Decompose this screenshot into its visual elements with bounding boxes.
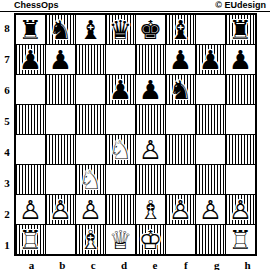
square-c1[interactable]: ♝♗	[76, 225, 105, 254]
square-f8[interactable]: ♝	[166, 15, 195, 44]
black-queen-d8: ♛	[106, 15, 135, 44]
square-c3[interactable]: ♞♘	[76, 165, 105, 194]
black-bishop-f8: ♝	[166, 15, 195, 44]
square-a2[interactable]: ♟♙	[16, 195, 45, 224]
square-h3[interactable]	[226, 165, 255, 194]
square-f7[interactable]: ♟	[166, 45, 195, 74]
square-a3[interactable]	[16, 165, 45, 194]
square-g2[interactable]: ♟♙	[196, 195, 225, 224]
square-c4[interactable]	[76, 135, 105, 164]
square-d1[interactable]: ♛♕	[106, 225, 135, 254]
file-label-f: f	[170, 259, 201, 270]
credit-text: © EUdesign	[215, 0, 266, 10]
square-h4[interactable]	[226, 135, 255, 164]
square-h6[interactable]	[226, 75, 255, 104]
square-f3[interactable]	[166, 165, 195, 194]
square-a6[interactable]	[16, 75, 45, 104]
square-e7[interactable]	[136, 45, 165, 74]
white-bishop-c1: ♝♗	[76, 225, 105, 254]
square-b1[interactable]	[46, 225, 75, 254]
white-bishop-e2: ♝♗	[136, 195, 165, 224]
square-f4[interactable]	[166, 135, 195, 164]
white-rook-h1: ♜♖	[226, 225, 255, 254]
square-a8[interactable]: ♜	[16, 15, 45, 44]
square-c6[interactable]	[76, 75, 105, 104]
square-a7[interactable]: ♟	[16, 45, 45, 74]
square-h5[interactable]	[226, 105, 255, 134]
square-d7[interactable]	[106, 45, 135, 74]
black-rook-a8: ♜	[16, 15, 45, 44]
square-b3[interactable]	[46, 165, 75, 194]
square-e2[interactable]: ♝♗	[136, 195, 165, 224]
white-pawn-h2: ♟♙	[226, 195, 255, 224]
black-pawn-e6: ♟	[136, 75, 165, 104]
square-h7[interactable]: ♟	[226, 45, 255, 74]
square-h1[interactable]: ♜♖	[226, 225, 255, 254]
square-b8[interactable]: ♞	[46, 15, 75, 44]
chess-board: ♜♞♝♛♚♝♜♟♟♟♟♟♟♟♞♞♘♟♙♞♘♟♙♟♙♟♙♝♗♟♙♟♙♟♙♜♖♝♗♛…	[14, 13, 257, 256]
white-king-e1: ♚♔	[136, 225, 165, 254]
square-e6[interactable]: ♟	[136, 75, 165, 104]
file-label-b: b	[47, 259, 78, 270]
rank-label-1: 1	[0, 229, 14, 260]
white-knight-c3: ♞♘	[76, 165, 105, 194]
square-d3[interactable]	[106, 165, 135, 194]
rank-label-4: 4	[0, 137, 14, 168]
white-knight-d4: ♞♘	[106, 135, 135, 164]
square-d8[interactable]: ♛	[106, 15, 135, 44]
square-g6[interactable]	[196, 75, 225, 104]
square-h8[interactable]: ♜	[226, 15, 255, 44]
app-title: ChessOps	[14, 0, 59, 10]
rank-label-7: 7	[0, 44, 14, 75]
file-label-e: e	[140, 259, 171, 270]
square-d2[interactable]	[106, 195, 135, 224]
square-a1[interactable]: ♜♖	[16, 225, 45, 254]
black-pawn-d6: ♟	[106, 75, 135, 104]
square-h2[interactable]: ♟♙	[226, 195, 255, 224]
file-label-g: g	[201, 259, 232, 270]
rank-labels: 87654321	[0, 13, 14, 260]
white-pawn-g2: ♟♙	[196, 195, 225, 224]
black-pawn-f7: ♟	[166, 45, 195, 74]
file-label-d: d	[109, 259, 140, 270]
square-g3[interactable]	[196, 165, 225, 194]
white-pawn-a2: ♟♙	[16, 195, 45, 224]
square-e8[interactable]: ♚	[136, 15, 165, 44]
file-label-c: c	[78, 259, 109, 270]
white-pawn-b2: ♟♙	[46, 195, 75, 224]
square-g1[interactable]	[196, 225, 225, 254]
square-f2[interactable]: ♟♙	[166, 195, 195, 224]
black-bishop-c8: ♝	[76, 15, 105, 44]
file-label-h: h	[232, 259, 263, 270]
white-pawn-e4: ♟♙	[136, 135, 165, 164]
square-b7[interactable]: ♟	[46, 45, 75, 74]
rank-label-5: 5	[0, 106, 14, 137]
square-c2[interactable]: ♟♙	[76, 195, 105, 224]
black-pawn-g7: ♟	[196, 45, 225, 74]
square-g8[interactable]	[196, 15, 225, 44]
black-knight-f6: ♞	[166, 75, 195, 104]
square-f6[interactable]: ♞	[166, 75, 195, 104]
square-g7[interactable]: ♟	[196, 45, 225, 74]
square-b6[interactable]	[46, 75, 75, 104]
rank-label-6: 6	[0, 75, 14, 106]
square-c5[interactable]	[76, 105, 105, 134]
square-e1[interactable]: ♚♔	[136, 225, 165, 254]
black-pawn-h7: ♟	[226, 45, 255, 74]
white-rook-a1: ♜♖	[16, 225, 45, 254]
file-labels: abcdefgh	[16, 259, 263, 270]
square-b4[interactable]	[46, 135, 75, 164]
black-king-e8: ♚	[136, 15, 165, 44]
square-a4[interactable]	[16, 135, 45, 164]
square-g4[interactable]	[196, 135, 225, 164]
square-e4[interactable]: ♟♙	[136, 135, 165, 164]
square-g5[interactable]	[196, 105, 225, 134]
square-f1[interactable]	[166, 225, 195, 254]
black-pawn-b7: ♟	[46, 45, 75, 74]
square-a5[interactable]	[16, 105, 45, 134]
file-label-a: a	[16, 259, 47, 270]
square-e5[interactable]	[136, 105, 165, 134]
square-f5[interactable]	[166, 105, 195, 134]
black-rook-h8: ♜	[226, 15, 255, 44]
black-pawn-a7: ♟	[16, 45, 45, 74]
white-pawn-c2: ♟♙	[76, 195, 105, 224]
square-b2[interactable]: ♟♙	[46, 195, 75, 224]
title-bar: ChessOps © EUdesign	[0, 0, 270, 12]
square-c8[interactable]: ♝	[76, 15, 105, 44]
square-c7[interactable]	[76, 45, 105, 74]
square-d6[interactable]: ♟	[106, 75, 135, 104]
square-d5[interactable]	[106, 105, 135, 134]
square-b5[interactable]	[46, 105, 75, 134]
white-queen-d1: ♛♕	[106, 225, 135, 254]
rank-label-3: 3	[0, 167, 14, 198]
rank-label-2: 2	[0, 198, 14, 229]
rank-label-8: 8	[0, 13, 14, 44]
white-pawn-f2: ♟♙	[166, 195, 195, 224]
square-e3[interactable]	[136, 165, 165, 194]
black-knight-b8: ♞	[46, 15, 75, 44]
square-d4[interactable]: ♞♘	[106, 135, 135, 164]
